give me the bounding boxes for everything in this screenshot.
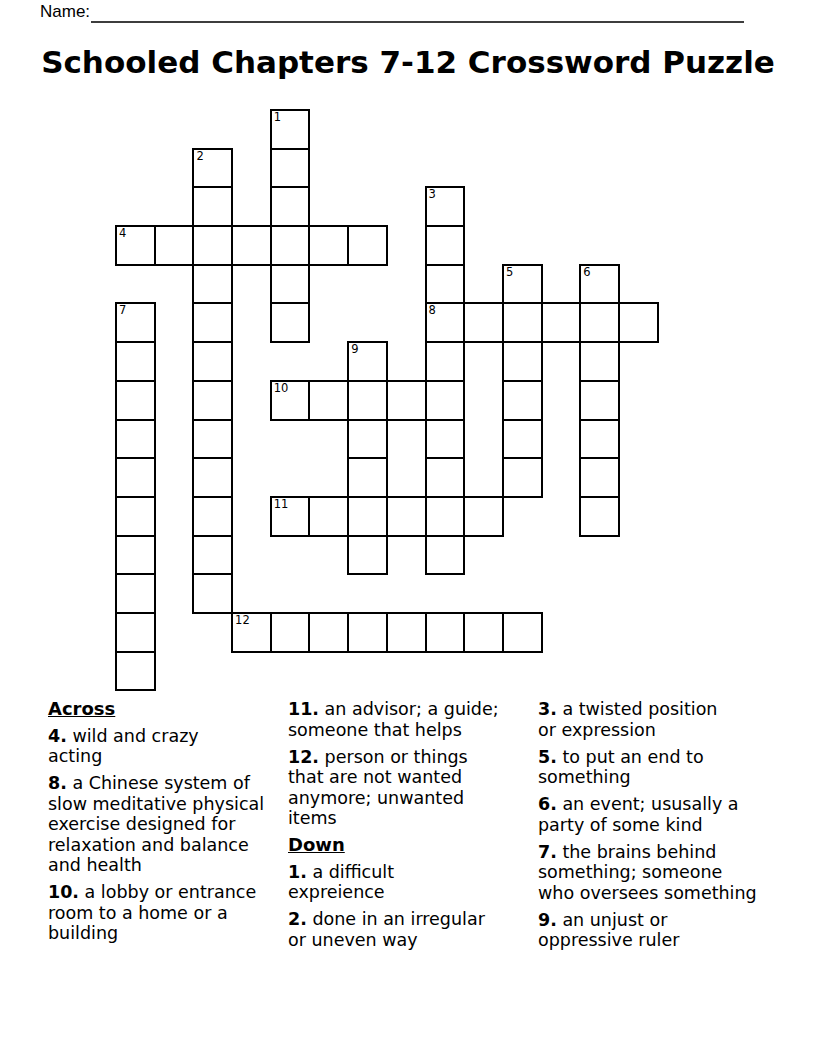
grid-cell[interactable]	[192, 225, 233, 266]
grid-cell[interactable]	[502, 457, 543, 498]
page-title: Schooled Chapters 7-12 Crossword Puzzle	[0, 44, 816, 80]
grid-cell[interactable]	[579, 419, 620, 460]
grid-cell[interactable]	[270, 302, 311, 343]
grid-cell[interactable]	[502, 612, 543, 653]
clue: 11. an advisor; a guide; someone that he…	[288, 699, 540, 740]
grid-cell[interactable]	[579, 496, 620, 537]
grid-cell[interactable]	[579, 341, 620, 382]
grid-cell[interactable]	[270, 225, 311, 266]
grid-cell[interactable]: 11	[270, 496, 311, 537]
clue-number-label: 6.	[538, 794, 557, 814]
grid-cell[interactable]	[347, 225, 388, 266]
clue-number: 5	[506, 266, 513, 279]
clue-number-label: 3.	[538, 699, 557, 719]
clue: 9. an unjust or oppressive ruler	[538, 910, 790, 951]
clue-number: 7	[119, 304, 126, 317]
grid-cell[interactable]	[579, 457, 620, 498]
grid-cell[interactable]	[192, 535, 233, 576]
grid-cell[interactable]	[115, 535, 156, 576]
grid-cell[interactable]	[308, 380, 349, 421]
grid-cell[interactable]: 12	[231, 612, 272, 653]
grid-cell[interactable]	[154, 225, 195, 266]
clue: 8. a Chinese system of slow meditative p…	[48, 773, 300, 876]
grid-cell[interactable]	[425, 535, 466, 576]
grid-cell[interactable]	[618, 302, 659, 343]
worksheet-page: Name: Schooled Chapters 7-12 Crossword P…	[0, 0, 816, 1056]
clue: 12. person or things that are not wanted…	[288, 747, 540, 829]
grid-cell[interactable]	[308, 612, 349, 653]
grid-cell[interactable]	[502, 302, 543, 343]
grid-cell[interactable]	[270, 148, 311, 189]
clue-number-label: 9.	[538, 910, 557, 930]
grid-cell[interactable]	[425, 496, 466, 537]
grid-cell[interactable]	[463, 496, 504, 537]
grid-cell[interactable]	[502, 380, 543, 421]
grid-cell[interactable]	[386, 380, 427, 421]
grid-cell[interactable]	[425, 380, 466, 421]
grid-cell[interactable]	[308, 496, 349, 537]
name-label: Name:	[40, 2, 90, 22]
grid-cell[interactable]	[425, 419, 466, 460]
grid-cell[interactable]	[192, 573, 233, 614]
grid-cell[interactable]: 4	[115, 225, 156, 266]
grid-cell[interactable]	[347, 419, 388, 460]
grid-cell[interactable]	[270, 186, 311, 227]
clue-number-label: 8.	[48, 773, 67, 793]
grid-cell[interactable]	[115, 496, 156, 537]
grid-cell[interactable]	[541, 302, 582, 343]
clue-number: 12	[235, 614, 250, 627]
grid-cell[interactable]	[425, 341, 466, 382]
clue-number-label: 1.	[288, 862, 307, 882]
clue-number-label: 12.	[288, 747, 319, 767]
grid-cell[interactable]	[115, 380, 156, 421]
clue-list-heading: Down	[288, 835, 540, 856]
name-blank-line[interactable]	[91, 2, 744, 23]
grid-cell[interactable]	[579, 380, 620, 421]
grid-cell[interactable]: 7	[115, 302, 156, 343]
clue: 5. to put an end to something	[538, 747, 790, 788]
clue-number-label: 4.	[48, 726, 67, 746]
grid-cell[interactable]: 9	[347, 341, 388, 382]
grid-cell[interactable]	[270, 264, 311, 305]
clue-number: 8	[429, 304, 436, 317]
grid-cell[interactable]	[463, 302, 504, 343]
grid-cell[interactable]	[192, 457, 233, 498]
grid-cell[interactable]	[192, 302, 233, 343]
clue: 10. a lobby or entrance room to a home o…	[48, 882, 300, 944]
grid-cell[interactable]	[347, 380, 388, 421]
grid-cell[interactable]	[115, 651, 156, 692]
crossword-grid: 123456789101112	[116, 110, 658, 690]
grid-cell[interactable]	[115, 341, 156, 382]
grid-cell[interactable]	[192, 496, 233, 537]
clue-number-label: 10.	[48, 882, 79, 902]
grid-cell[interactable]	[579, 302, 620, 343]
grid-cell[interactable]	[347, 457, 388, 498]
clue-number: 6	[583, 266, 590, 279]
grid-cell[interactable]	[270, 612, 311, 653]
grid-cell[interactable]	[502, 419, 543, 460]
grid-cell[interactable]	[192, 380, 233, 421]
clue-number-label: 11.	[288, 699, 319, 719]
clue-number-label: 5.	[538, 747, 557, 767]
grid-cell[interactable]	[115, 612, 156, 653]
grid-cell[interactable]: 3	[425, 186, 466, 227]
clue-number: 9	[351, 343, 358, 356]
grid-cell[interactable]	[115, 573, 156, 614]
grid-cell[interactable]	[192, 264, 233, 305]
grid-cell[interactable]: 10	[270, 380, 311, 421]
grid-cell[interactable]	[425, 457, 466, 498]
grid-cell[interactable]	[231, 225, 272, 266]
grid-cell[interactable]	[425, 264, 466, 305]
grid-cell[interactable]	[502, 341, 543, 382]
grid-cell[interactable]	[192, 186, 233, 227]
clue-number-label: 7.	[538, 842, 557, 862]
grid-cell[interactable]: 8	[425, 302, 466, 343]
clue: 6. an event; ususally a party of some ki…	[538, 794, 790, 835]
grid-cell[interactable]: 1	[270, 109, 311, 150]
clue-number: 3	[429, 188, 436, 201]
grid-cell[interactable]	[308, 225, 349, 266]
clue-number: 11	[274, 498, 289, 511]
grid-cell[interactable]	[115, 419, 156, 460]
grid-cell[interactable]	[347, 535, 388, 576]
grid-cell[interactable]	[425, 225, 466, 266]
grid-cell[interactable]	[463, 612, 504, 653]
grid-cell[interactable]	[347, 496, 388, 537]
grid-cell[interactable]: 6	[579, 264, 620, 305]
grid-cell[interactable]	[386, 612, 427, 653]
clue-number: 1	[274, 111, 281, 124]
grid-cell[interactable]	[347, 612, 388, 653]
clue: 3. a twisted position or expression	[538, 699, 790, 740]
clue: 2. done in an irregular or uneven way	[288, 909, 540, 950]
grid-cell[interactable]	[386, 496, 427, 537]
clue-number: 4	[119, 227, 126, 240]
grid-cell[interactable]	[192, 419, 233, 460]
grid-cell[interactable]	[425, 612, 466, 653]
clue-number: 10	[274, 382, 289, 395]
clue: 4. wild and crazy acting	[48, 726, 300, 767]
clue-column: 3. a twisted position or expression5. to…	[538, 699, 790, 957]
clue-number: 2	[196, 150, 203, 163]
clue-number-label: 2.	[288, 909, 307, 929]
clue-list-heading: Across	[48, 699, 300, 720]
clue: 7. the brains behind something; someone …	[538, 842, 790, 904]
grid-cell[interactable]: 2	[192, 148, 233, 189]
clue-column: Across4. wild and crazy acting8. a Chine…	[48, 699, 300, 950]
grid-cell[interactable]	[192, 341, 233, 382]
clue-column: 11. an advisor; a guide; someone that he…	[288, 699, 540, 957]
grid-cell[interactable]: 5	[502, 264, 543, 305]
clue: 1. a difficult expreience	[288, 862, 540, 903]
grid-cell[interactable]	[115, 457, 156, 498]
